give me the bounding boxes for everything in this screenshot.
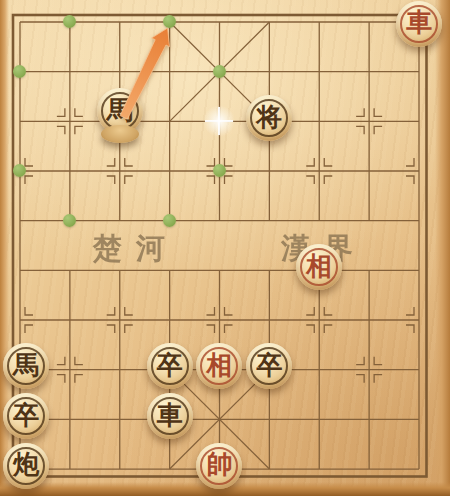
move-hint-dot[interactable] <box>63 15 76 28</box>
piece-glyph: 相 <box>206 348 232 383</box>
move-hint-dot[interactable] <box>13 65 26 78</box>
piece-black-soldier[interactable]: 卒 <box>147 343 193 389</box>
piece-black-soldier[interactable]: 卒 <box>246 343 292 389</box>
move-hint-dot[interactable] <box>13 164 26 177</box>
piece-glyph: 馬 <box>107 93 133 128</box>
piece-red-general[interactable]: 帥 <box>196 443 242 489</box>
piece-glyph: 卒 <box>157 348 183 383</box>
piece-glyph: 帥 <box>206 447 232 482</box>
piece-glyph: 将 <box>256 100 282 135</box>
piece-glyph: 車 <box>157 398 183 433</box>
piece-red-elephant[interactable]: 相 <box>296 244 342 290</box>
piece-black-soldier[interactable]: 卒 <box>3 393 49 439</box>
piece-red-elephant[interactable]: 相 <box>196 343 242 389</box>
move-hint-dot[interactable] <box>63 214 76 227</box>
piece-black-general[interactable]: 将 <box>246 95 292 141</box>
piece-glyph: 炮 <box>13 447 39 482</box>
piece-black-chariot[interactable]: 車 <box>147 393 193 439</box>
move-hint-dot[interactable] <box>213 65 226 78</box>
xiangqi-board[interactable]: 楚河 漢界 車馬将相馬卒相卒卒車炮帥 <box>0 0 450 496</box>
piece-black-horse[interactable]: 馬 <box>97 88 143 134</box>
piece-glyph: 卒 <box>13 398 39 433</box>
move-hint-dot[interactable] <box>163 214 176 227</box>
piece-black-horse[interactable]: 馬 <box>3 343 49 389</box>
move-hint-dot[interactable] <box>163 15 176 28</box>
piece-black-cannon[interactable]: 炮 <box>3 443 49 489</box>
piece-glyph: 卒 <box>256 348 282 383</box>
lifted-piece-base <box>101 125 139 143</box>
piece-glyph: 馬 <box>13 348 39 383</box>
move-hint-dot[interactable] <box>213 164 226 177</box>
pieces-layer: 車馬将相馬卒相卒卒車炮帥 <box>0 0 444 494</box>
piece-glyph: 車 <box>406 5 432 40</box>
piece-red-chariot[interactable]: 車 <box>396 1 442 47</box>
sparkle-effect <box>202 104 236 138</box>
piece-glyph: 相 <box>306 249 332 284</box>
